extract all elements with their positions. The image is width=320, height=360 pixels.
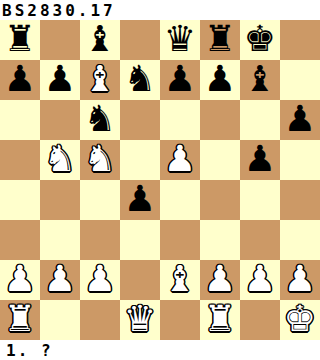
- square-a7[interactable]: ♟: [0, 60, 40, 100]
- piece-white-knight[interactable]: ♞: [84, 139, 116, 179]
- square-g8[interactable]: ♚: [240, 20, 280, 60]
- square-c1[interactable]: [80, 300, 120, 340]
- piece-black-pawn[interactable]: ♟: [44, 59, 76, 99]
- page-title: BS2830.17: [0, 0, 320, 20]
- square-h3[interactable]: [280, 220, 320, 260]
- square-a4[interactable]: [0, 180, 40, 220]
- square-f6[interactable]: [200, 100, 240, 140]
- square-h2[interactable]: ♟: [280, 260, 320, 300]
- square-f4[interactable]: [200, 180, 240, 220]
- piece-black-bishop[interactable]: ♝: [84, 19, 116, 59]
- square-d5[interactable]: [120, 140, 160, 180]
- piece-black-king[interactable]: ♚: [244, 19, 276, 59]
- piece-white-queen[interactable]: ♛: [124, 299, 156, 339]
- square-h4[interactable]: [280, 180, 320, 220]
- square-a6[interactable]: [0, 100, 40, 140]
- piece-black-bishop[interactable]: ♝: [244, 59, 276, 99]
- piece-white-king[interactable]: ♚: [284, 299, 316, 339]
- piece-black-pawn[interactable]: ♟: [4, 59, 36, 99]
- piece-white-pawn[interactable]: ♟: [204, 259, 236, 299]
- square-b2[interactable]: ♟: [40, 260, 80, 300]
- square-c4[interactable]: [80, 180, 120, 220]
- square-e3[interactable]: [160, 220, 200, 260]
- piece-white-rook[interactable]: ♜: [4, 299, 36, 339]
- piece-white-pawn[interactable]: ♟: [164, 139, 196, 179]
- move-prompt: 1. ?: [0, 340, 320, 360]
- square-c2[interactable]: ♟: [80, 260, 120, 300]
- chess-board: ♜♝♛♜♚♟♟♝♞♟♟♝♞♟♞♞♟♟♟♟♟♟♝♟♟♟♜♛♜♚: [0, 20, 320, 340]
- square-f3[interactable]: [200, 220, 240, 260]
- square-h6[interactable]: ♟: [280, 100, 320, 140]
- square-d1[interactable]: ♛: [120, 300, 160, 340]
- piece-black-rook[interactable]: ♜: [204, 19, 236, 59]
- piece-white-pawn[interactable]: ♟: [44, 259, 76, 299]
- square-a1[interactable]: ♜: [0, 300, 40, 340]
- square-c7[interactable]: ♝: [80, 60, 120, 100]
- square-b6[interactable]: [40, 100, 80, 140]
- square-d4[interactable]: ♟: [120, 180, 160, 220]
- square-f1[interactable]: ♜: [200, 300, 240, 340]
- piece-black-pawn[interactable]: ♟: [124, 179, 156, 219]
- square-d3[interactable]: [120, 220, 160, 260]
- piece-white-bishop[interactable]: ♝: [84, 59, 116, 99]
- square-b5[interactable]: ♞: [40, 140, 80, 180]
- square-h8[interactable]: [280, 20, 320, 60]
- piece-black-pawn[interactable]: ♟: [204, 59, 236, 99]
- square-c3[interactable]: [80, 220, 120, 260]
- square-c6[interactable]: ♞: [80, 100, 120, 140]
- piece-white-knight[interactable]: ♞: [44, 139, 76, 179]
- square-d6[interactable]: [120, 100, 160, 140]
- square-a2[interactable]: ♟: [0, 260, 40, 300]
- piece-black-knight[interactable]: ♞: [84, 99, 116, 139]
- piece-black-pawn[interactable]: ♟: [244, 139, 276, 179]
- piece-white-pawn[interactable]: ♟: [4, 259, 36, 299]
- piece-black-knight[interactable]: ♞: [124, 59, 156, 99]
- square-a3[interactable]: [0, 220, 40, 260]
- square-e2[interactable]: ♝: [160, 260, 200, 300]
- square-f2[interactable]: ♟: [200, 260, 240, 300]
- square-g5[interactable]: ♟: [240, 140, 280, 180]
- square-a5[interactable]: [0, 140, 40, 180]
- square-d7[interactable]: ♞: [120, 60, 160, 100]
- square-b4[interactable]: [40, 180, 80, 220]
- square-g7[interactable]: ♝: [240, 60, 280, 100]
- square-g4[interactable]: [240, 180, 280, 220]
- piece-white-rook[interactable]: ♜: [204, 299, 236, 339]
- square-g3[interactable]: [240, 220, 280, 260]
- square-f8[interactable]: ♜: [200, 20, 240, 60]
- piece-black-queen[interactable]: ♛: [164, 19, 196, 59]
- piece-white-bishop[interactable]: ♝: [164, 259, 196, 299]
- chess-diagram-page: BS2830.17 ♜♝♛♜♚♟♟♝♞♟♟♝♞♟♞♞♟♟♟♟♟♟♝♟♟♟♜♛♜♚…: [0, 0, 320, 360]
- square-b3[interactable]: [40, 220, 80, 260]
- square-h1[interactable]: ♚: [280, 300, 320, 340]
- square-e5[interactable]: ♟: [160, 140, 200, 180]
- square-f5[interactable]: [200, 140, 240, 180]
- piece-black-rook[interactable]: ♜: [4, 19, 36, 59]
- square-g2[interactable]: ♟: [240, 260, 280, 300]
- square-a8[interactable]: ♜: [0, 20, 40, 60]
- square-b1[interactable]: [40, 300, 80, 340]
- square-e1[interactable]: [160, 300, 200, 340]
- square-g6[interactable]: [240, 100, 280, 140]
- square-d8[interactable]: [120, 20, 160, 60]
- square-c5[interactable]: ♞: [80, 140, 120, 180]
- piece-white-pawn[interactable]: ♟: [84, 259, 116, 299]
- square-h7[interactable]: [280, 60, 320, 100]
- square-b7[interactable]: ♟: [40, 60, 80, 100]
- square-d2[interactable]: [120, 260, 160, 300]
- piece-black-pawn[interactable]: ♟: [164, 59, 196, 99]
- square-e4[interactable]: [160, 180, 200, 220]
- square-e7[interactable]: ♟: [160, 60, 200, 100]
- piece-white-pawn[interactable]: ♟: [284, 259, 316, 299]
- square-g1[interactable]: [240, 300, 280, 340]
- square-h5[interactable]: [280, 140, 320, 180]
- square-e6[interactable]: [160, 100, 200, 140]
- square-e8[interactable]: ♛: [160, 20, 200, 60]
- square-f7[interactable]: ♟: [200, 60, 240, 100]
- piece-black-pawn[interactable]: ♟: [284, 99, 316, 139]
- square-b8[interactable]: [40, 20, 80, 60]
- piece-white-pawn[interactable]: ♟: [244, 259, 276, 299]
- square-c8[interactable]: ♝: [80, 20, 120, 60]
